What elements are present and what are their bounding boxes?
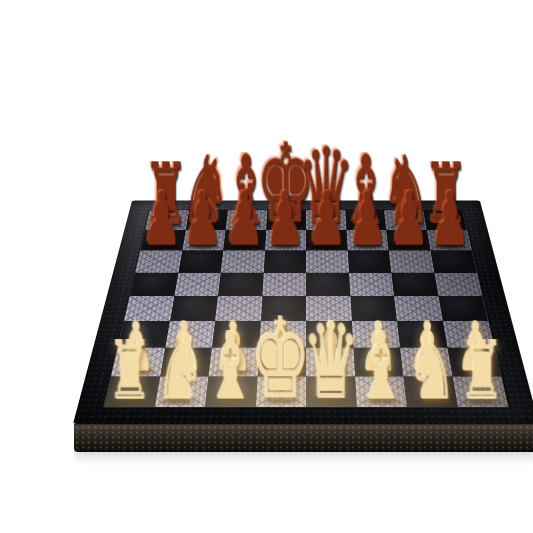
square-d1: ♚ [255,376,306,407]
white-knight-g1: ♞ [407,332,457,405]
square-f7: ♟ [346,230,389,251]
square-f5 [349,273,394,296]
white-knight-b1: ♞ [155,332,205,405]
square-d6 [263,251,306,273]
square-c1: ♝ [205,376,257,407]
square-g5 [391,273,438,296]
board-frame: ♜♞♝♚♛♝♞♜♟♟♟♟♟♟♟♟♟♟♟♟♟♟♟♟♜♞♝♚♛♝♞♜ [73,200,533,424]
chess-board: ♜♞♝♚♛♝♞♜♟♟♟♟♟♟♟♟♟♟♟♟♟♟♟♟♜♞♝♚♛♝♞♜ [73,200,533,424]
square-g7: ♟ [386,230,430,251]
square-a5 [130,273,178,296]
square-f1: ♝ [355,376,407,407]
board-grid: ♜♞♝♚♛♝♞♜♟♟♟♟♟♟♟♟♟♟♟♟♟♟♟♟♜♞♝♚♛♝♞♜ [104,210,508,407]
square-b5 [174,273,221,296]
black-pawn-f7: ♟ [347,189,388,249]
white-rook-a1: ♜ [107,339,152,405]
chess-photo-scene: Angled photograph of a black marble ches… [40,16,533,533]
black-pawn-d7: ♟ [265,189,306,249]
square-h1: ♜ [452,376,508,407]
black-pawn-e7: ♟ [306,189,347,249]
square-h7: ♟ [426,230,471,251]
square-g1: ♞ [403,376,457,407]
square-d7: ♟ [265,230,306,251]
square-e7: ♟ [306,230,347,251]
white-king-d1: ♚ [250,315,311,404]
square-e5 [306,273,350,296]
square-h5 [434,273,482,296]
square-g6 [389,251,434,273]
white-rook-h1: ♜ [460,339,505,405]
square-e6 [306,251,349,273]
white-bishop-f1: ♝ [356,329,408,404]
square-b7: ♟ [182,230,226,251]
white-bishop-c1: ♝ [205,329,257,404]
square-a7: ♟ [141,230,186,251]
black-pawn-c7: ♟ [224,189,265,249]
black-pawn-b7: ♟ [182,189,223,249]
square-b6 [178,251,223,273]
square-f6 [347,251,391,273]
black-pawn-a7: ♟ [141,189,182,249]
black-pawn-h7: ♟ [430,189,471,249]
square-c6 [221,251,265,273]
square-a6 [135,251,182,273]
black-pawn-g7: ♟ [389,189,430,249]
square-h6 [430,251,477,273]
square-e1: ♛ [306,376,357,407]
square-c7: ♟ [223,230,266,251]
square-a1: ♜ [104,376,160,407]
square-b1: ♞ [154,376,208,407]
board-front-edge [74,424,533,452]
